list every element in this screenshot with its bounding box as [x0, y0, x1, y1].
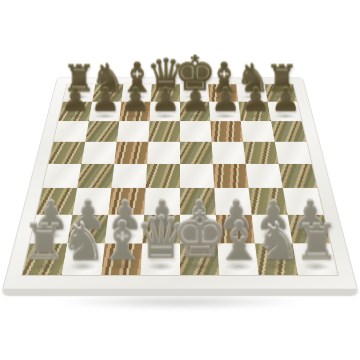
board-grid: ♜♞♝♛♚♝♞♜♟♟♟♟♟♟♟♟♟♟♟♟♟♟♟♟♜♞♝♛♚♝♞♜: [22, 84, 337, 275]
piece-green-onyx-pawn-e7: ♟: [180, 83, 209, 116]
piece-green-onyx-pawn-a7: ♟: [60, 83, 89, 116]
square-a6: [54, 121, 89, 142]
square-b7: ♟: [89, 102, 122, 121]
square-a4: [43, 164, 82, 188]
square-d7: ♟: [150, 102, 180, 121]
piece-green-onyx-pawn-f7: ♟: [210, 83, 239, 116]
square-d5: [147, 142, 180, 164]
square-a5: [49, 142, 86, 164]
piece-green-onyx-pawn-c7: ♟: [120, 83, 149, 116]
square-b6: [85, 121, 119, 142]
square-h7: ♟: [268, 102, 302, 121]
square-e5: [180, 142, 213, 164]
square-e7: ♟: [180, 102, 210, 121]
square-g6: [241, 121, 275, 142]
square-e1: ♚: [180, 243, 219, 275]
square-c6: [117, 121, 150, 142]
square-g5: [243, 142, 278, 164]
square-f7: ♟: [209, 102, 240, 121]
square-g7: ♟: [238, 102, 271, 121]
square-b4: [77, 164, 114, 188]
square-h6: [271, 121, 306, 142]
square-d4: [146, 164, 180, 188]
square-f1: ♝: [218, 243, 259, 275]
piece-green-onyx-pawn-d7: ♟: [150, 83, 179, 116]
square-f4: [213, 164, 249, 188]
square-c7: ♟: [119, 102, 150, 121]
square-c5: [114, 142, 148, 164]
square-a7: ♟: [59, 102, 93, 121]
piece-green-onyx-pawn-b7: ♟: [90, 83, 119, 116]
piece-white-marble-rook-h1: ♜: [294, 217, 338, 267]
square-h1: ♜: [293, 243, 338, 275]
board-cast-shadow: [8, 292, 352, 314]
square-h5: [275, 142, 312, 164]
piece-green-onyx-pawn-h7: ♟: [270, 83, 299, 116]
square-e6: [180, 121, 212, 142]
square-h4: [279, 164, 318, 188]
square-g1: ♞: [255, 243, 298, 275]
piece-white-marble-knight-g1: ♞: [254, 215, 301, 267]
square-c4: [111, 164, 147, 188]
square-b5: [81, 142, 116, 164]
square-f6: [210, 121, 243, 142]
square-d6: [148, 121, 180, 142]
square-g4: [246, 164, 283, 188]
piece-green-onyx-pawn-g7: ♟: [240, 83, 269, 116]
chess-set-product-photo: ♜♞♝♛♚♝♞♜♟♟♟♟♟♟♟♟♟♟♟♟♟♟♟♟♜♞♝♛♚♝♞♜: [0, 0, 360, 360]
square-f5: [212, 142, 246, 164]
chess-board: ♜♞♝♛♚♝♞♜♟♟♟♟♟♟♟♟♟♟♟♟♟♟♟♟♜♞♝♛♚♝♞♜: [2, 77, 359, 295]
square-e4: [180, 164, 214, 188]
